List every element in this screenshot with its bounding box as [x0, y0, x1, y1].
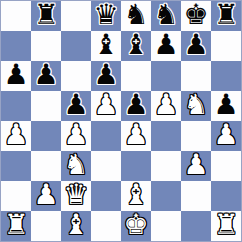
- square-c1[interactable]: ♝: [61, 211, 91, 241]
- square-e8[interactable]: ♞: [121, 1, 151, 31]
- piece-white-bishop-e2[interactable]: ♝: [123, 181, 148, 209]
- square-b7[interactable]: [31, 31, 61, 61]
- piece-black-pawn-c5[interactable]: ♟: [63, 91, 88, 119]
- piece-black-king-g8[interactable]: ♚: [183, 1, 208, 29]
- piece-white-pawn-a4[interactable]: ♟: [3, 121, 28, 149]
- piece-white-queen-c2[interactable]: ♛: [63, 181, 88, 209]
- square-f7[interactable]: ♟: [151, 31, 181, 61]
- piece-black-pawn-f7[interactable]: ♟: [153, 31, 178, 59]
- square-h7[interactable]: [211, 31, 241, 61]
- square-c7[interactable]: [61, 31, 91, 61]
- square-a4[interactable]: ♟: [1, 121, 31, 151]
- piece-white-pawn-f5[interactable]: ♟: [153, 91, 178, 119]
- square-a8[interactable]: [1, 1, 31, 31]
- square-g8[interactable]: ♚: [181, 1, 211, 31]
- square-b2[interactable]: ♟: [31, 181, 61, 211]
- piece-black-bishop-d7[interactable]: ♝: [93, 31, 118, 59]
- piece-black-queen-d8[interactable]: ♛: [93, 1, 118, 29]
- piece-black-pawn-a6[interactable]: ♟: [3, 61, 28, 89]
- square-a5[interactable]: [1, 91, 31, 121]
- square-d5[interactable]: ♟: [91, 91, 121, 121]
- square-b6[interactable]: ♟: [31, 61, 61, 91]
- square-b5[interactable]: [31, 91, 61, 121]
- piece-white-rook-h1[interactable]: ♜: [213, 211, 238, 239]
- square-e2[interactable]: ♝: [121, 181, 151, 211]
- square-f6[interactable]: [151, 61, 181, 91]
- piece-black-rook-b8[interactable]: ♜: [33, 1, 58, 29]
- piece-black-pawn-b6[interactable]: ♟: [33, 61, 58, 89]
- square-c8[interactable]: [61, 1, 91, 31]
- square-c6[interactable]: [61, 61, 91, 91]
- piece-white-pawn-b2[interactable]: ♟: [33, 181, 58, 209]
- square-h3[interactable]: [211, 151, 241, 181]
- square-f3[interactable]: [151, 151, 181, 181]
- square-d4[interactable]: [91, 121, 121, 151]
- piece-black-pawn-g7[interactable]: ♟: [183, 31, 208, 59]
- square-h5[interactable]: ♟: [211, 91, 241, 121]
- square-a7[interactable]: [1, 31, 31, 61]
- square-e4[interactable]: ♟: [121, 121, 151, 151]
- square-b8[interactable]: ♜: [31, 1, 61, 31]
- square-e1[interactable]: ♚: [121, 211, 151, 241]
- piece-white-king-e1[interactable]: ♚: [123, 211, 148, 239]
- square-e3[interactable]: [121, 151, 151, 181]
- square-d8[interactable]: ♛: [91, 1, 121, 31]
- piece-white-pawn-h4[interactable]: ♟: [213, 121, 238, 149]
- square-f8[interactable]: ♞: [151, 1, 181, 31]
- square-g4[interactable]: [181, 121, 211, 151]
- piece-white-pawn-g3[interactable]: ♟: [183, 151, 208, 179]
- piece-black-knight-e8[interactable]: ♞: [123, 1, 148, 29]
- square-h2[interactable]: [211, 181, 241, 211]
- square-h1[interactable]: ♜: [211, 211, 241, 241]
- square-h4[interactable]: ♟: [211, 121, 241, 151]
- piece-white-knight-g5[interactable]: ♞: [183, 91, 208, 119]
- square-b4[interactable]: [31, 121, 61, 151]
- square-c4[interactable]: ♟: [61, 121, 91, 151]
- square-g3[interactable]: ♟: [181, 151, 211, 181]
- piece-black-knight-f8[interactable]: ♞: [153, 1, 178, 29]
- square-e6[interactable]: [121, 61, 151, 91]
- piece-black-pawn-d6[interactable]: ♟: [93, 61, 118, 89]
- square-g5[interactable]: ♞: [181, 91, 211, 121]
- square-g6[interactable]: [181, 61, 211, 91]
- chess-board: ♜♛♞♞♚♜♝♝♟♟♟♟♟♟♟♟♟♞♟♟♟♟♟♞♟♟♛♝♜♝♚♜: [0, 0, 242, 242]
- square-f4[interactable]: [151, 121, 181, 151]
- square-d3[interactable]: [91, 151, 121, 181]
- square-g1[interactable]: [181, 211, 211, 241]
- piece-black-bishop-e7[interactable]: ♝: [123, 31, 148, 59]
- square-a6[interactable]: ♟: [1, 61, 31, 91]
- square-b1[interactable]: [31, 211, 61, 241]
- square-e7[interactable]: ♝: [121, 31, 151, 61]
- square-c2[interactable]: ♛: [61, 181, 91, 211]
- piece-white-knight-c3[interactable]: ♞: [63, 151, 88, 179]
- piece-white-pawn-e4[interactable]: ♟: [123, 121, 148, 149]
- square-f2[interactable]: [151, 181, 181, 211]
- square-d7[interactable]: ♝: [91, 31, 121, 61]
- square-h6[interactable]: [211, 61, 241, 91]
- piece-white-pawn-d5[interactable]: ♟: [93, 91, 118, 119]
- piece-black-rook-h8[interactable]: ♜: [213, 1, 238, 29]
- square-d1[interactable]: [91, 211, 121, 241]
- square-e5[interactable]: ♟: [121, 91, 151, 121]
- square-f5[interactable]: ♟: [151, 91, 181, 121]
- square-d2[interactable]: [91, 181, 121, 211]
- square-b3[interactable]: [31, 151, 61, 181]
- piece-black-pawn-e5[interactable]: ♟: [123, 91, 148, 119]
- square-g7[interactable]: ♟: [181, 31, 211, 61]
- square-d6[interactable]: ♟: [91, 61, 121, 91]
- square-f1[interactable]: [151, 211, 181, 241]
- piece-white-bishop-c1[interactable]: ♝: [63, 211, 88, 239]
- square-c3[interactable]: ♞: [61, 151, 91, 181]
- square-g2[interactable]: [181, 181, 211, 211]
- square-h8[interactable]: ♜: [211, 1, 241, 31]
- square-a3[interactable]: [1, 151, 31, 181]
- square-a1[interactable]: ♜: [1, 211, 31, 241]
- square-a2[interactable]: [1, 181, 31, 211]
- piece-white-pawn-c4[interactable]: ♟: [63, 121, 88, 149]
- piece-black-pawn-h5[interactable]: ♟: [213, 91, 238, 119]
- piece-white-rook-a1[interactable]: ♜: [3, 211, 28, 239]
- square-c5[interactable]: ♟: [61, 91, 91, 121]
